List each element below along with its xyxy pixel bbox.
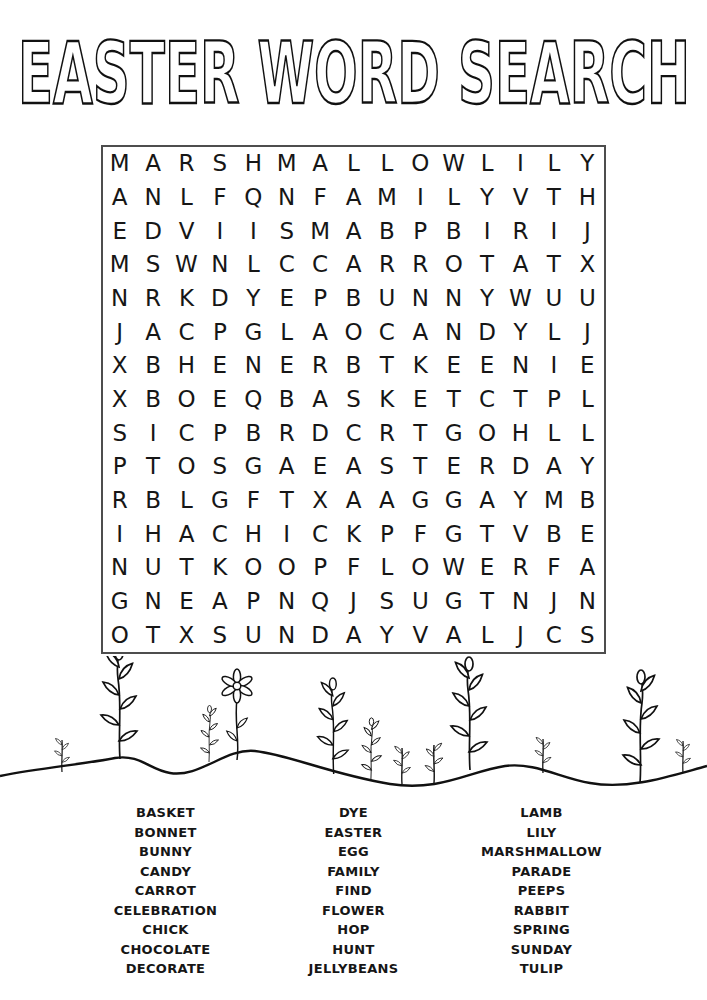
grid-cell[interactable]: M — [103, 248, 136, 282]
grid-cell[interactable]: E — [303, 450, 336, 484]
grid-cell[interactable]: J — [504, 618, 537, 652]
grid-cell[interactable]: W — [437, 551, 470, 585]
grid-cell[interactable]: J — [571, 315, 604, 349]
grid-cell[interactable]: H — [136, 517, 169, 551]
word-list-item: TULIP — [448, 959, 636, 979]
word-search-grid: MARSHMALLOWLILYANLFQNFAMILYVTHEDVIISMABP… — [101, 145, 606, 654]
grid-cell[interactable]: L — [237, 248, 270, 282]
grid-cell[interactable]: T — [537, 181, 570, 215]
grid-cell[interactable]: L — [537, 315, 570, 349]
grid-cell[interactable]: O — [337, 315, 370, 349]
grid-cell[interactable]: N — [237, 349, 270, 383]
grid-cell[interactable]: B — [537, 517, 570, 551]
grid-cell[interactable]: G — [437, 484, 470, 518]
leaf-sprig-icon — [361, 718, 382, 780]
word-list-item: HUNT — [260, 940, 448, 960]
grid-cell[interactable]: R — [504, 214, 537, 248]
grid-cell[interactable]: T — [470, 585, 503, 619]
grid-cell[interactable]: C — [370, 315, 403, 349]
grid-cell[interactable]: P — [103, 450, 136, 484]
grid-cell[interactable]: M — [303, 214, 336, 248]
grid-cell[interactable]: L — [571, 383, 604, 417]
grid-cell[interactable]: F — [404, 517, 437, 551]
grid-cell[interactable]: A — [170, 517, 203, 551]
word-list-item: HOP — [260, 920, 448, 940]
grid-cell[interactable]: T — [470, 517, 503, 551]
grid-cell[interactable]: E — [203, 349, 236, 383]
grid-cell[interactable]: U — [571, 282, 604, 316]
grid-cell[interactable]: A — [337, 248, 370, 282]
grid-cell[interactable]: Y — [504, 315, 537, 349]
word-list-item: LAMB — [448, 803, 636, 823]
grid-cell[interactable]: E — [270, 282, 303, 316]
grid-cell[interactable]: C — [203, 517, 236, 551]
grid-cell[interactable]: T — [136, 618, 169, 652]
grid-cell[interactable]: I — [537, 214, 570, 248]
grid-cell[interactable]: B — [370, 214, 403, 248]
grid-cell[interactable]: E — [437, 349, 470, 383]
grid-cell[interactable]: A — [537, 450, 570, 484]
grid-cell[interactable]: A — [337, 450, 370, 484]
grid-cell[interactable]: T — [170, 551, 203, 585]
word-list-item: JELLYBEANS — [260, 959, 448, 979]
grid-cell[interactable]: S — [136, 248, 169, 282]
grid-cell[interactable]: A — [571, 551, 604, 585]
grid-cell[interactable]: H — [237, 147, 270, 181]
word-list-item: PARADE — [448, 862, 636, 882]
grid-cell[interactable]: N — [136, 181, 169, 215]
grid-cell[interactable]: Y — [470, 181, 503, 215]
grid-cell[interactable]: A — [337, 214, 370, 248]
grid-cell[interactable]: L — [470, 618, 503, 652]
grid-cell[interactable]: A — [136, 315, 169, 349]
grid-cell[interactable]: X — [571, 248, 604, 282]
grid-cell[interactable]: T — [370, 349, 403, 383]
grid-cell[interactable]: E — [103, 214, 136, 248]
grid-cell[interactable]: N — [103, 282, 136, 316]
grid-cell[interactable]: C — [270, 248, 303, 282]
grid-cell[interactable]: E — [571, 517, 604, 551]
grid-cell[interactable]: A — [337, 484, 370, 518]
grid-cell[interactable]: M — [537, 484, 570, 518]
grid-cell[interactable]: O — [170, 450, 203, 484]
grid-cell[interactable]: F — [237, 484, 270, 518]
leaf-sprig-icon — [675, 739, 692, 773]
grid-cell[interactable]: H — [571, 181, 604, 215]
grid-cell[interactable]: F — [337, 551, 370, 585]
grid-cell[interactable]: G — [237, 315, 270, 349]
word-list-item: EGG — [260, 842, 448, 862]
leaf-sprig-icon — [393, 746, 412, 784]
grid-cell[interactable]: N — [504, 349, 537, 383]
grid-cell[interactable]: G — [203, 484, 236, 518]
grid-cell[interactable]: C — [537, 618, 570, 652]
grid-cell[interactable]: R — [370, 248, 403, 282]
decorative-meadow-border — [0, 656, 707, 798]
grid-cell[interactable]: I — [470, 214, 503, 248]
grid-cell[interactable]: N — [203, 248, 236, 282]
grid-cell[interactable]: B — [437, 214, 470, 248]
grid-cell[interactable]: Q — [237, 181, 270, 215]
grid-cell[interactable]: M — [370, 181, 403, 215]
word-list-item: RABBIT — [448, 901, 636, 921]
grid-cell[interactable]: D — [303, 618, 336, 652]
grid-cell[interactable]: N — [136, 585, 169, 619]
grid-cell[interactable]: R — [103, 484, 136, 518]
word-list: BASKETBONNETBUNNYCANDYCARROTCELEBRATIONC… — [0, 803, 707, 979]
leaf-sprig-icon — [316, 678, 349, 774]
word-list-item: FLOWER — [260, 901, 448, 921]
grid-cell[interactable]: U — [537, 282, 570, 316]
grid-cell[interactable]: V — [504, 517, 537, 551]
grid-cell[interactable]: R — [470, 450, 503, 484]
grid-cell[interactable]: P — [303, 282, 336, 316]
page: EASTER WORD SEARCH MARSHMALLOWLILYANLFQN… — [0, 0, 707, 1000]
page-title: EASTER WORD SEARCH — [18, 24, 690, 123]
grid-cell[interactable]: E — [170, 585, 203, 619]
grid-cell[interactable]: R — [136, 282, 169, 316]
grid-cell[interactable]: V — [504, 181, 537, 215]
grid-cell[interactable]: E — [470, 551, 503, 585]
grid-cell[interactable]: Q — [303, 585, 336, 619]
grid-cell[interactable]: A — [103, 181, 136, 215]
grid-cell[interactable]: T — [504, 383, 537, 417]
grid-cell[interactable]: O — [270, 551, 303, 585]
grid-cell[interactable]: J — [337, 585, 370, 619]
grid-cell[interactable]: G — [237, 450, 270, 484]
grid-cell[interactable]: I — [237, 214, 270, 248]
grid-cell[interactable]: Y — [470, 282, 503, 316]
grid-cell[interactable]: O — [404, 551, 437, 585]
grid-cell[interactable]: I — [136, 416, 169, 450]
grid-cell[interactable]: F — [203, 181, 236, 215]
grid-cell[interactable]: T — [270, 484, 303, 518]
grid-cell[interactable]: D — [203, 282, 236, 316]
grid-cell[interactable]: E — [203, 383, 236, 417]
grid-cell[interactable]: N — [504, 585, 537, 619]
grid-cell[interactable]: A — [470, 484, 503, 518]
grid-cell[interactable]: B — [337, 282, 370, 316]
grid-cell[interactable]: H — [170, 349, 203, 383]
grid-cell[interactable]: O — [170, 383, 203, 417]
grid-cell[interactable]: A — [337, 618, 370, 652]
grid-cell[interactable]: C — [337, 416, 370, 450]
grid-cell[interactable]: Y — [370, 618, 403, 652]
grid-cell[interactable]: E — [270, 349, 303, 383]
grid-cell[interactable]: C — [303, 248, 336, 282]
grid-cell[interactable]: V — [170, 214, 203, 248]
word-list-item: PEEPS — [448, 881, 636, 901]
grid-cell[interactable]: T — [404, 416, 437, 450]
word-list-item: DECORATE — [72, 959, 260, 979]
grid-cell[interactable]: G — [103, 585, 136, 619]
word-list-item: CHICK — [72, 920, 260, 940]
grid-cell[interactable]: L — [470, 147, 503, 181]
word-list-column: DYEEASTEREGGFAMILYFINDFLOWERHOPHUNTJELLY… — [260, 803, 448, 979]
grid-cell[interactable]: W — [504, 282, 537, 316]
grid-cell[interactable]: B — [237, 416, 270, 450]
word-list-item: BASKET — [72, 803, 260, 823]
grid-cell[interactable]: O — [437, 248, 470, 282]
grid-cell[interactable]: L — [571, 416, 604, 450]
grid-cell[interactable]: R — [303, 349, 336, 383]
grid-cell[interactable]: R — [504, 551, 537, 585]
grid-cell[interactable]: I — [504, 147, 537, 181]
grid-cell[interactable]: T — [404, 450, 437, 484]
word-list-item: FAMILY — [260, 862, 448, 882]
leaf-sprig-icon — [424, 743, 444, 783]
grid-cell[interactable]: S — [203, 618, 236, 652]
grid-cell[interactable]: C — [303, 517, 336, 551]
grid-cell[interactable]: B — [270, 383, 303, 417]
grid-cell[interactable]: P — [404, 214, 437, 248]
grid-cell[interactable]: R — [170, 147, 203, 181]
grid-cell[interactable]: I — [203, 214, 236, 248]
daisy-flower-icon — [220, 669, 253, 760]
grid-cell[interactable]: D — [470, 315, 503, 349]
word-list-item: BONNET — [72, 823, 260, 843]
grid-cell[interactable]: M — [270, 147, 303, 181]
grid-cell[interactable]: L — [370, 551, 403, 585]
grid-cell[interactable]: K — [170, 282, 203, 316]
word-list-item: EASTER — [260, 823, 448, 843]
grid-cell[interactable]: N — [404, 282, 437, 316]
grid-cell[interactable]: A — [504, 248, 537, 282]
grid-cell[interactable]: X — [103, 349, 136, 383]
grid-cell[interactable]: K — [337, 517, 370, 551]
grid-cell[interactable]: L — [537, 416, 570, 450]
grid-cell[interactable]: O — [103, 618, 136, 652]
grid-cell[interactable]: P — [237, 585, 270, 619]
grid-cell[interactable]: A — [404, 315, 437, 349]
grid-cell[interactable]: B — [337, 349, 370, 383]
grid-cell[interactable]: Y — [571, 147, 604, 181]
grid-cell[interactable]: U — [237, 618, 270, 652]
grid-cell[interactable]: D — [303, 416, 336, 450]
word-list-column: BASKETBONNETBUNNYCANDYCARROTCELEBRATIONC… — [72, 803, 260, 979]
word-list-item: SUNDAY — [448, 940, 636, 960]
word-list-item: MARSHMALLOW — [448, 842, 636, 862]
grid-cell[interactable]: A — [303, 147, 336, 181]
grid-cell[interactable]: T — [136, 450, 169, 484]
grid-cell[interactable]: X — [170, 618, 203, 652]
grid-cell[interactable]: N — [437, 282, 470, 316]
grid-cell[interactable]: U — [404, 585, 437, 619]
grid-cell[interactable]: N — [270, 618, 303, 652]
grid-cell[interactable]: A — [203, 585, 236, 619]
grid-cell[interactable]: A — [303, 383, 336, 417]
grid-cell[interactable]: F — [303, 181, 336, 215]
grid-cell[interactable]: K — [404, 349, 437, 383]
grid-cell[interactable]: O — [470, 416, 503, 450]
grid-cell[interactable]: U — [136, 551, 169, 585]
grid-cell[interactable]: T — [470, 248, 503, 282]
grid-cell[interactable]: S — [203, 450, 236, 484]
word-list-item: DYE — [260, 803, 448, 823]
word-list-item: CELEBRATION — [72, 901, 260, 921]
grid-cell[interactable]: D — [504, 450, 537, 484]
grid-cell[interactable]: S — [203, 147, 236, 181]
grid-cell[interactable]: S — [370, 450, 403, 484]
grid-cell[interactable]: G — [437, 416, 470, 450]
grid-cell[interactable]: Q — [237, 383, 270, 417]
grid-cell[interactable]: B — [136, 383, 169, 417]
grid-cell[interactable]: M — [103, 147, 136, 181]
grid-cell[interactable]: A — [270, 450, 303, 484]
grid-cell[interactable]: F — [537, 551, 570, 585]
leaf-sprig-icon — [621, 670, 660, 783]
grid-cell[interactable]: Y — [237, 282, 270, 316]
grid-cell[interactable]: V — [404, 618, 437, 652]
grid-cell[interactable]: R — [404, 248, 437, 282]
grid-cell[interactable]: L — [270, 315, 303, 349]
grid-cell[interactable]: N — [270, 181, 303, 215]
grid-cell[interactable]: B — [136, 484, 169, 518]
grid-cell[interactable]: K — [203, 551, 236, 585]
grid-cell[interactable]: N — [437, 315, 470, 349]
word-list-item: CHOCOLATE — [72, 940, 260, 960]
grid-cell[interactable]: I — [404, 181, 437, 215]
grid-cell[interactable]: B — [136, 349, 169, 383]
grid-cell[interactable]: G — [404, 484, 437, 518]
grid-cell[interactable]: E — [571, 349, 604, 383]
grid-cell[interactable]: B — [571, 484, 604, 518]
word-list-item: CARROT — [72, 881, 260, 901]
ground-line — [0, 751, 707, 786]
grid-cell[interactable]: R — [270, 416, 303, 450]
grid-cell[interactable]: L — [337, 147, 370, 181]
grid-cell[interactable]: N — [571, 585, 604, 619]
grid-cell[interactable]: S — [270, 214, 303, 248]
word-list-column: LAMBLILYMARSHMALLOWPARADEPEEPSRABBITSPRI… — [448, 803, 636, 979]
grid-cell[interactable]: T — [437, 383, 470, 417]
title-banner: EASTER WORD SEARCH — [9, 24, 699, 124]
word-list-item: FIND — [260, 881, 448, 901]
grid-cell[interactable]: L — [537, 147, 570, 181]
grid-cell[interactable]: P — [303, 551, 336, 585]
grid-cell[interactable]: X — [303, 484, 336, 518]
grid-cell[interactable]: A — [303, 315, 336, 349]
grid-cell[interactable]: E — [437, 450, 470, 484]
leaf-sprig-icon — [99, 656, 138, 759]
grid-cell[interactable]: E — [470, 349, 503, 383]
grid-cell[interactable]: P — [537, 383, 570, 417]
grid-cell[interactable]: L — [170, 181, 203, 215]
grid-cell[interactable]: J — [571, 214, 604, 248]
grid-cell[interactable]: C — [170, 315, 203, 349]
grid-cell[interactable]: G — [437, 585, 470, 619]
grid-cell[interactable]: S — [337, 383, 370, 417]
grid-cell[interactable]: W — [170, 248, 203, 282]
grid-cell[interactable]: J — [537, 585, 570, 619]
grid-cell[interactable]: P — [203, 315, 236, 349]
grid-cell[interactable]: A — [337, 181, 370, 215]
grid-cell[interactable]: H — [504, 416, 537, 450]
grid-cell[interactable]: O — [237, 551, 270, 585]
grid-cell[interactable]: L — [370, 147, 403, 181]
grid-cell[interactable]: W — [437, 147, 470, 181]
grid-cell[interactable]: N — [270, 585, 303, 619]
grid-cell[interactable]: I — [103, 517, 136, 551]
grid-cell[interactable]: P — [203, 416, 236, 450]
grid-cell[interactable]: N — [103, 551, 136, 585]
grid-cell[interactable]: L — [170, 484, 203, 518]
grid-cell[interactable]: A — [136, 147, 169, 181]
grid-cell[interactable]: D — [136, 214, 169, 248]
grid-cell[interactable]: I — [537, 349, 570, 383]
grid-cell[interactable]: H — [237, 517, 270, 551]
word-list-item: SPRING — [448, 920, 636, 940]
grid-cell[interactable]: C — [470, 383, 503, 417]
grid-cell[interactable]: X — [103, 383, 136, 417]
grid-cell[interactable]: I — [270, 517, 303, 551]
word-list-item: CANDY — [72, 862, 260, 882]
grid-cell[interactable]: A — [437, 618, 470, 652]
grid-cell[interactable]: Y — [504, 484, 537, 518]
grid-cell[interactable]: C — [170, 416, 203, 450]
leaf-sprig-icon — [200, 706, 220, 763]
grid-cell[interactable]: S — [103, 416, 136, 450]
grid-cell[interactable]: J — [103, 315, 136, 349]
leaf-sprig-icon — [449, 657, 488, 770]
grid-cell[interactable]: G — [437, 517, 470, 551]
grid-cell[interactable]: R — [370, 416, 403, 450]
grid-cell[interactable]: S — [571, 618, 604, 652]
grid-cell[interactable]: O — [404, 147, 437, 181]
grid-cell[interactable]: Y — [571, 450, 604, 484]
grid-cell[interactable]: L — [437, 181, 470, 215]
word-list-item: BUNNY — [72, 842, 260, 862]
grid-cell[interactable]: U — [370, 282, 403, 316]
grid-cell[interactable]: E — [404, 383, 437, 417]
grid-cell[interactable]: S — [370, 585, 403, 619]
grid-cell[interactable]: A — [370, 484, 403, 518]
grid-cell[interactable]: K — [370, 383, 403, 417]
grid-cell[interactable]: P — [370, 517, 403, 551]
grid-cell[interactable]: T — [537, 248, 570, 282]
word-list-item: LILY — [448, 823, 636, 843]
